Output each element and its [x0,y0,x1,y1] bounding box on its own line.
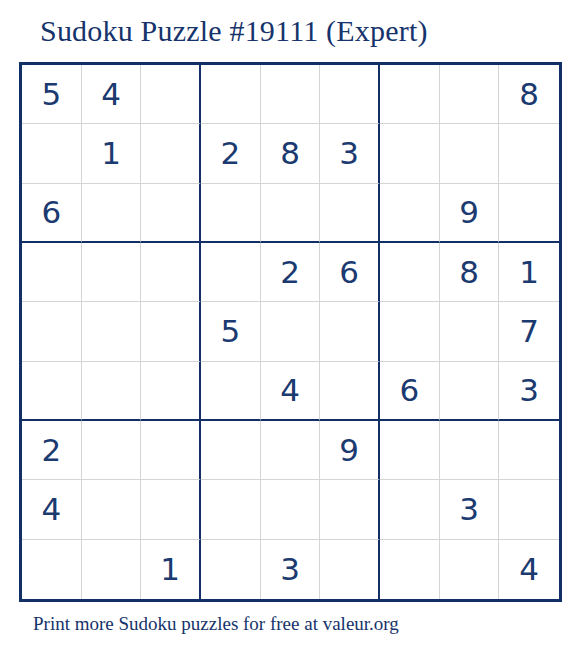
cell-r8c7-empty[interactable] [380,480,440,539]
cell-r5c2-empty[interactable] [82,302,142,361]
cell-r1c4-empty[interactable] [201,65,261,124]
cell-r2c8-empty[interactable] [440,124,500,183]
cell-r7c1-given[interactable]: 2 [22,421,82,480]
cell-r4c6-given[interactable]: 6 [320,243,380,302]
cell-r1c3-empty[interactable] [141,65,201,124]
cell-r3c4-empty[interactable] [201,184,261,243]
cell-r4c1-empty[interactable] [22,243,82,302]
cell-r6c4-empty[interactable] [201,362,261,421]
cell-r5c7-empty[interactable] [380,302,440,361]
cell-r1c6-empty[interactable] [320,65,380,124]
cell-r1c7-empty[interactable] [380,65,440,124]
cell-r1c1-given[interactable]: 5 [22,65,82,124]
cell-r7c2-empty[interactable] [82,421,142,480]
cell-r6c1-empty[interactable] [22,362,82,421]
sudoku-page: Sudoku Puzzle #19111 (Expert) 5481283692… [0,0,580,651]
cell-r3c2-empty[interactable] [82,184,142,243]
cell-r7c4-empty[interactable] [201,421,261,480]
cell-r3c8-given[interactable]: 9 [440,184,500,243]
cell-r2c6-given[interactable]: 3 [320,124,380,183]
cell-r9c9-given[interactable]: 4 [499,540,559,599]
footer-text: Print more Sudoku puzzles for free at va… [33,613,399,635]
cell-r4c7-empty[interactable] [380,243,440,302]
cell-r6c9-given[interactable]: 3 [499,362,559,421]
cell-r2c7-empty[interactable] [380,124,440,183]
cell-r9c7-empty[interactable] [380,540,440,599]
cell-r4c3-empty[interactable] [141,243,201,302]
cell-r4c5-given[interactable]: 2 [261,243,321,302]
cell-r5c4-given[interactable]: 5 [201,302,261,361]
cell-r3c6-empty[interactable] [320,184,380,243]
page-title: Sudoku Puzzle #19111 (Expert) [40,14,428,48]
cell-r2c4-given[interactable]: 2 [201,124,261,183]
cell-r8c3-empty[interactable] [141,480,201,539]
cell-r8c4-empty[interactable] [201,480,261,539]
cell-r4c4-empty[interactable] [201,243,261,302]
cell-r3c5-empty[interactable] [261,184,321,243]
cell-r3c7-empty[interactable] [380,184,440,243]
cell-r3c1-given[interactable]: 6 [22,184,82,243]
cell-r5c1-empty[interactable] [22,302,82,361]
cell-r9c3-given[interactable]: 1 [141,540,201,599]
cell-r5c5-empty[interactable] [261,302,321,361]
cell-r3c9-empty[interactable] [499,184,559,243]
cell-r2c1-empty[interactable] [22,124,82,183]
cell-r8c9-empty[interactable] [499,480,559,539]
cell-r1c2-given[interactable]: 4 [82,65,142,124]
cell-r1c8-empty[interactable] [440,65,500,124]
cell-r8c5-empty[interactable] [261,480,321,539]
cell-r6c6-empty[interactable] [320,362,380,421]
cell-r7c9-empty[interactable] [499,421,559,480]
cell-r9c6-empty[interactable] [320,540,380,599]
cell-r2c5-given[interactable]: 8 [261,124,321,183]
cell-r4c8-given[interactable]: 8 [440,243,500,302]
cell-r5c6-empty[interactable] [320,302,380,361]
cell-r7c5-empty[interactable] [261,421,321,480]
cell-r2c2-given[interactable]: 1 [82,124,142,183]
cell-r4c9-given[interactable]: 1 [499,243,559,302]
cell-r9c1-empty[interactable] [22,540,82,599]
cell-r7c8-empty[interactable] [440,421,500,480]
cell-r8c6-empty[interactable] [320,480,380,539]
cell-r9c4-empty[interactable] [201,540,261,599]
cell-r7c6-given[interactable]: 9 [320,421,380,480]
cell-r6c5-given[interactable]: 4 [261,362,321,421]
cell-r2c3-empty[interactable] [141,124,201,183]
cell-r6c2-empty[interactable] [82,362,142,421]
cell-r2c9-empty[interactable] [499,124,559,183]
cell-r5c8-empty[interactable] [440,302,500,361]
cell-r7c7-empty[interactable] [380,421,440,480]
sudoku-grid: 5481283692681574632943134 [19,62,562,602]
cell-r6c3-empty[interactable] [141,362,201,421]
cell-r3c3-empty[interactable] [141,184,201,243]
cell-r4c2-empty[interactable] [82,243,142,302]
cell-r8c2-empty[interactable] [82,480,142,539]
cell-r6c7-given[interactable]: 6 [380,362,440,421]
cell-r9c5-given[interactable]: 3 [261,540,321,599]
cell-r1c9-given[interactable]: 8 [499,65,559,124]
cell-r7c3-empty[interactable] [141,421,201,480]
cell-r6c8-empty[interactable] [440,362,500,421]
cell-r1c5-empty[interactable] [261,65,321,124]
cell-r8c1-given[interactable]: 4 [22,480,82,539]
cell-r9c8-empty[interactable] [440,540,500,599]
cell-r9c2-empty[interactable] [82,540,142,599]
cell-r5c3-empty[interactable] [141,302,201,361]
cell-r5c9-given[interactable]: 7 [499,302,559,361]
cell-r8c8-given[interactable]: 3 [440,480,500,539]
